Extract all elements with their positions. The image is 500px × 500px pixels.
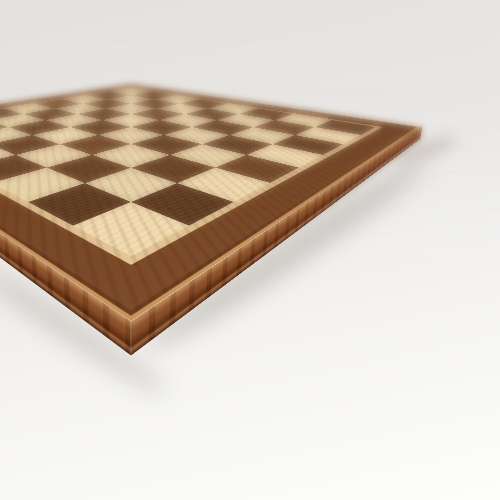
board-square[interactable] bbox=[192, 120, 253, 135]
board-square[interactable] bbox=[202, 135, 273, 155]
board-square[interactable] bbox=[102, 114, 159, 127]
board-square[interactable] bbox=[60, 135, 131, 155]
board-square[interactable] bbox=[70, 120, 131, 135]
board-square[interactable] bbox=[131, 183, 234, 226]
board-square[interactable] bbox=[273, 135, 344, 155]
board-square[interactable] bbox=[177, 168, 270, 202]
board-square[interactable] bbox=[9, 120, 70, 135]
board-square[interactable] bbox=[207, 104, 258, 114]
board-square[interactable] bbox=[45, 114, 102, 127]
board-square[interactable] bbox=[33, 127, 99, 144]
board-square[interactable] bbox=[253, 120, 314, 135]
board-square[interactable] bbox=[93, 144, 170, 167]
board-square[interactable] bbox=[154, 95, 200, 103]
board-square[interactable] bbox=[274, 114, 331, 127]
board-square[interactable] bbox=[47, 155, 131, 183]
board-maple-border bbox=[0, 88, 383, 265]
board-square[interactable] bbox=[246, 144, 323, 167]
board-square[interactable] bbox=[169, 144, 246, 167]
board-square[interactable] bbox=[28, 183, 131, 226]
board-square[interactable] bbox=[4, 104, 55, 114]
board-square[interactable] bbox=[16, 144, 93, 167]
board-square[interactable] bbox=[131, 120, 192, 135]
board-square[interactable] bbox=[295, 127, 361, 144]
board-square[interactable] bbox=[164, 127, 230, 144]
board-square[interactable] bbox=[85, 168, 178, 202]
board-square[interactable] bbox=[131, 92, 174, 99]
board-square[interactable] bbox=[0, 144, 16, 167]
board-square[interactable] bbox=[0, 155, 47, 183]
board-square[interactable] bbox=[239, 109, 293, 121]
board-square[interactable] bbox=[185, 109, 239, 121]
board-square[interactable] bbox=[0, 135, 60, 155]
board-square[interactable] bbox=[77, 109, 131, 121]
board-square[interactable] bbox=[229, 127, 295, 144]
board-square[interactable] bbox=[131, 109, 185, 121]
board-square[interactable] bbox=[23, 109, 77, 121]
board-square[interactable] bbox=[0, 168, 85, 202]
board-square[interactable] bbox=[0, 109, 23, 121]
board-square[interactable] bbox=[131, 135, 202, 155]
board-square[interactable] bbox=[88, 92, 131, 99]
board-square[interactable] bbox=[110, 89, 151, 96]
board-square[interactable] bbox=[0, 127, 33, 144]
board-square[interactable] bbox=[0, 114, 45, 127]
board-square[interactable] bbox=[98, 127, 164, 144]
board-square[interactable] bbox=[179, 99, 227, 108]
chessboard-grid bbox=[0, 89, 376, 257]
board-square[interactable] bbox=[83, 99, 131, 108]
board-square[interactable] bbox=[315, 120, 376, 135]
board-square[interactable] bbox=[131, 99, 179, 108]
board-square[interactable] bbox=[217, 114, 274, 127]
photo-background bbox=[0, 0, 500, 500]
board-square[interactable] bbox=[62, 95, 108, 103]
board-square[interactable] bbox=[108, 95, 154, 103]
board-square[interactable] bbox=[0, 120, 9, 135]
board-square[interactable] bbox=[106, 104, 157, 114]
board-square[interactable] bbox=[35, 99, 83, 108]
chessboard bbox=[0, 84, 420, 321]
board-square[interactable] bbox=[215, 155, 299, 183]
board-square[interactable] bbox=[55, 104, 106, 114]
board-square[interactable] bbox=[73, 202, 189, 256]
board-square[interactable] bbox=[156, 104, 207, 114]
board-square[interactable] bbox=[160, 114, 217, 127]
board-square[interactable] bbox=[131, 155, 215, 183]
